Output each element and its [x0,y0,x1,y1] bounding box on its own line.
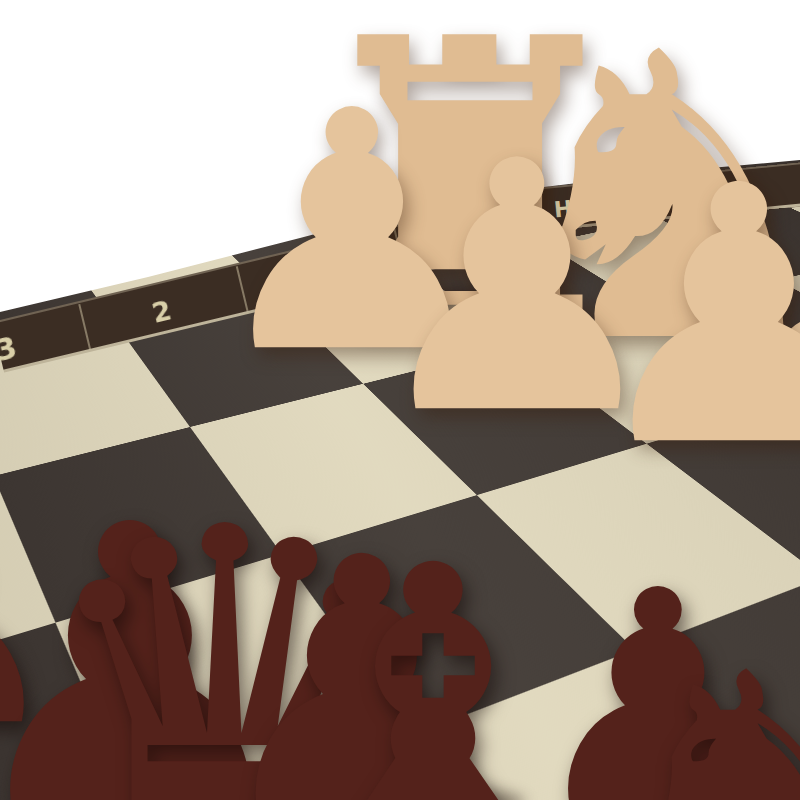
board-coordinate-label: 2 [149,293,175,328]
border-tick [78,304,91,349]
chess-set-photo: 321 HG ♜♞♟♟♟♟♟♟♛♟♝♟♞ [0,0,800,800]
black-knight: ♞ [600,628,800,800]
white-pawn: ♟ [580,140,800,495]
board-coordinate-label: 3 [0,328,21,367]
